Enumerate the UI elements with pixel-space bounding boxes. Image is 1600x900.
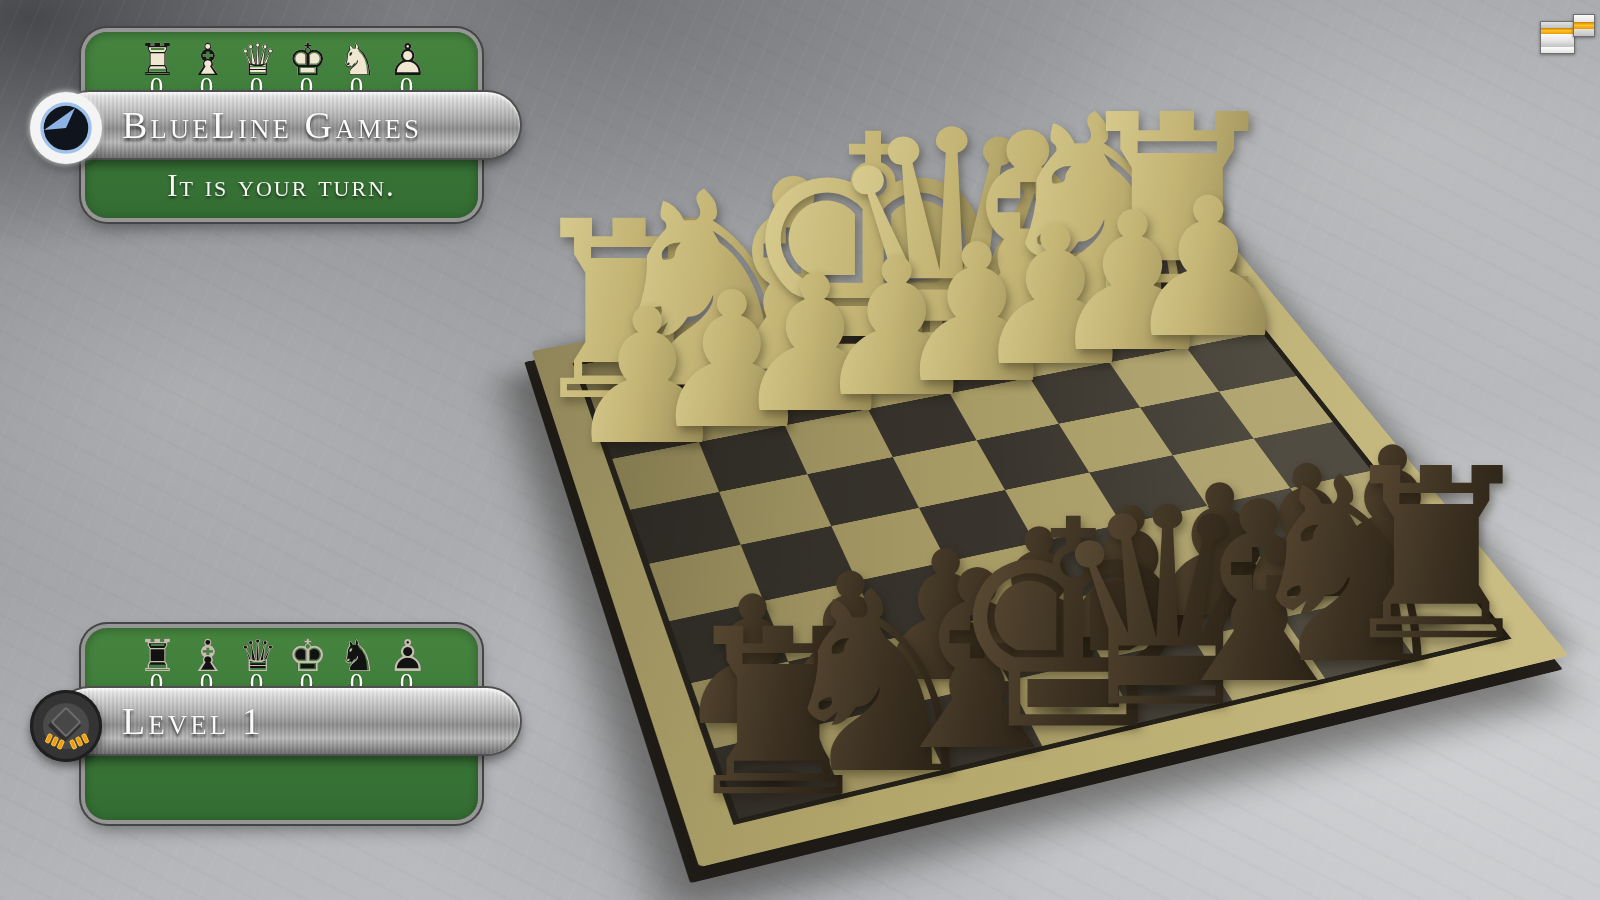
white-pawn-icon: ♟♙ — [388, 36, 425, 80]
highlighted-row — [1574, 22, 1594, 29]
black-rook-icon: ♜♖ — [138, 632, 175, 676]
white-queen-icon: ♛♕ — [238, 36, 275, 80]
black-pawn-icon: ♟♙ — [388, 632, 425, 676]
black-bishop-icon: ♝♗ — [188, 632, 225, 676]
white-knight-icon: ♞♘ — [338, 36, 375, 80]
marble-table-surface: ♜♞♝♚♛♝♞♜♟♟♟♟♟♟♟♟♟♟♟♟♟♟♟♟♜♞♝♚♛♝♞♜ ♜♖0♝♗0♛… — [0, 0, 1600, 900]
stacked-menus-icon[interactable] — [1538, 12, 1594, 54]
menu-list-small — [1573, 14, 1595, 37]
white-player-name-bar: BlueLine Games — [56, 92, 520, 158]
white-king-icon: ♚♔ — [288, 36, 325, 80]
black-king-icon: ♚♔ — [288, 632, 325, 676]
clock-icon — [30, 92, 102, 164]
black-queen-icon: ♛♕ — [238, 632, 275, 676]
white-bishop-icon: ♝♗ — [188, 36, 225, 80]
cpu-chip-icon — [30, 690, 102, 762]
computer-level-bar: Level 1 — [56, 688, 520, 754]
black-status-text — [85, 770, 478, 810]
black-knight-icon: ♞♘ — [338, 632, 375, 676]
menu-list-large — [1540, 21, 1575, 54]
chess-board[interactable] — [531, 227, 1568, 867]
board-squares-grid[interactable] — [573, 248, 1512, 825]
white-rook-icon: ♜♖ — [138, 36, 175, 80]
white-player-name-label: BlueLine Games — [56, 103, 422, 147]
turn-status-text: It is your turn. — [85, 168, 478, 208]
